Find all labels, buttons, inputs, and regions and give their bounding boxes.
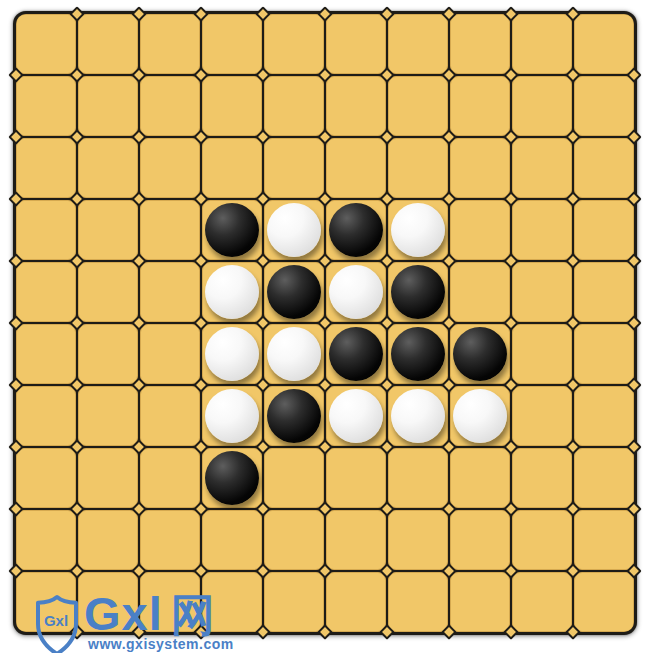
board-cell[interactable]: [512, 200, 572, 260]
watermark-brand-latin: Gxl: [84, 587, 163, 640]
board-cell[interactable]: [450, 138, 510, 198]
board-cell[interactable]: [388, 386, 448, 446]
board-cell[interactable]: [512, 262, 572, 322]
white-stone: [453, 389, 507, 443]
board-cell[interactable]: [512, 14, 572, 74]
board-cell[interactable]: [78, 448, 138, 508]
board-cell[interactable]: [512, 448, 572, 508]
game-board: [13, 11, 637, 635]
board-cell[interactable]: [140, 138, 200, 198]
board-cell[interactable]: [264, 76, 324, 136]
board-cell[interactable]: [140, 448, 200, 508]
board-cell[interactable]: [140, 14, 200, 74]
board-cell[interactable]: [388, 262, 448, 322]
watermark-brand: Gxl网: [84, 590, 216, 637]
board-cell[interactable]: [326, 14, 386, 74]
board-cell[interactable]: [512, 386, 572, 446]
board-cell[interactable]: [78, 262, 138, 322]
board-cell[interactable]: [140, 324, 200, 384]
watermark: Gxl Gxl网 www.gxisystem.com: [28, 588, 288, 653]
board-cell[interactable]: [264, 324, 324, 384]
black-stone: [267, 265, 321, 319]
board-cell[interactable]: [326, 324, 386, 384]
white-stone: [205, 389, 259, 443]
board-cell[interactable]: [202, 448, 262, 508]
black-stone: [391, 265, 445, 319]
black-stone: [329, 203, 383, 257]
black-stone: [329, 327, 383, 381]
board-cell[interactable]: [388, 14, 448, 74]
board-cell[interactable]: [78, 138, 138, 198]
board-cell[interactable]: [388, 200, 448, 260]
board-cell[interactable]: [574, 76, 634, 136]
white-stone: [205, 327, 259, 381]
black-stone: [453, 327, 507, 381]
board-cell[interactable]: [450, 324, 510, 384]
board-cell[interactable]: [202, 324, 262, 384]
board-cell[interactable]: [388, 76, 448, 136]
board-cell[interactable]: [78, 510, 138, 570]
board-cell[interactable]: [574, 572, 634, 632]
board-cell[interactable]: [388, 510, 448, 570]
board-cell[interactable]: [574, 14, 634, 74]
board-cell[interactable]: [388, 324, 448, 384]
watermark-brand-cjk: 网: [171, 590, 216, 639]
board-cell[interactable]: [264, 14, 324, 74]
white-stone: [329, 389, 383, 443]
board-cell[interactable]: [78, 200, 138, 260]
board-cell[interactable]: [450, 386, 510, 446]
board-cell[interactable]: [450, 510, 510, 570]
black-stone: [205, 203, 259, 257]
board-cell[interactable]: [388, 138, 448, 198]
board-cell[interactable]: [140, 262, 200, 322]
board-cell[interactable]: [450, 76, 510, 136]
board-cell[interactable]: [326, 138, 386, 198]
board-cell[interactable]: [140, 510, 200, 570]
board-cell[interactable]: [16, 138, 76, 198]
board-cell[interactable]: [78, 386, 138, 446]
white-stone: [267, 203, 321, 257]
board-cell[interactable]: [574, 324, 634, 384]
board-cell[interactable]: [140, 200, 200, 260]
board-cell[interactable]: [574, 262, 634, 322]
board-cell[interactable]: [326, 262, 386, 322]
board-cell[interactable]: [202, 200, 262, 260]
board-cell[interactable]: [512, 324, 572, 384]
board-cell[interactable]: [450, 448, 510, 508]
board-cell[interactable]: [264, 510, 324, 570]
board-cell[interactable]: [16, 386, 76, 446]
board-cell[interactable]: [450, 262, 510, 322]
board-cell[interactable]: [264, 200, 324, 260]
board-cell[interactable]: [202, 510, 262, 570]
board-cell[interactable]: [388, 572, 448, 632]
board-cell[interactable]: [16, 510, 76, 570]
watermark-url: www.gxisystem.com: [88, 636, 234, 652]
board-cell[interactable]: [326, 200, 386, 260]
game-board-grid: [16, 14, 634, 632]
white-stone: [205, 265, 259, 319]
board-cell[interactable]: [326, 510, 386, 570]
board-cell[interactable]: [202, 76, 262, 136]
black-stone: [205, 451, 259, 505]
white-stone: [329, 265, 383, 319]
board-cell[interactable]: [512, 572, 572, 632]
board-cell[interactable]: [512, 138, 572, 198]
black-stone: [267, 389, 321, 443]
board-cell[interactable]: [326, 572, 386, 632]
watermark-shield-text: Gxl: [34, 612, 78, 629]
white-stone: [391, 389, 445, 443]
board-cell[interactable]: [574, 138, 634, 198]
black-stone: [391, 327, 445, 381]
board-cell[interactable]: [16, 262, 76, 322]
board-cell[interactable]: [264, 448, 324, 508]
board-cell[interactable]: [202, 262, 262, 322]
board-cell[interactable]: [16, 200, 76, 260]
board-cell[interactable]: [16, 448, 76, 508]
board-cell[interactable]: [78, 14, 138, 74]
board-cell[interactable]: [512, 510, 572, 570]
board-cell[interactable]: [388, 448, 448, 508]
board-cell[interactable]: [512, 76, 572, 136]
board-cell[interactable]: [574, 200, 634, 260]
white-stone: [267, 327, 321, 381]
board-cell[interactable]: [264, 262, 324, 322]
board-cell[interactable]: [264, 386, 324, 446]
board-cell[interactable]: [78, 324, 138, 384]
board-cell[interactable]: [202, 138, 262, 198]
board-cell[interactable]: [574, 448, 634, 508]
board-cell[interactable]: [326, 448, 386, 508]
board-cell[interactable]: [574, 386, 634, 446]
board-cell[interactable]: [326, 76, 386, 136]
page: Gxl Gxl网 www.gxisystem.com: [0, 0, 650, 653]
board-cell[interactable]: [202, 386, 262, 446]
board-cell[interactable]: [326, 386, 386, 446]
board-cell[interactable]: [450, 200, 510, 260]
board-cell[interactable]: [450, 14, 510, 74]
board-cell[interactable]: [16, 14, 76, 74]
board-cell[interactable]: [78, 76, 138, 136]
board-cell[interactable]: [574, 510, 634, 570]
board-cell[interactable]: [16, 76, 76, 136]
board-cell[interactable]: [264, 138, 324, 198]
board-cell[interactable]: [140, 76, 200, 136]
board-cell[interactable]: [202, 14, 262, 74]
board-cell[interactable]: [450, 572, 510, 632]
board-cell[interactable]: [140, 386, 200, 446]
board-cell[interactable]: [16, 324, 76, 384]
white-stone: [391, 203, 445, 257]
